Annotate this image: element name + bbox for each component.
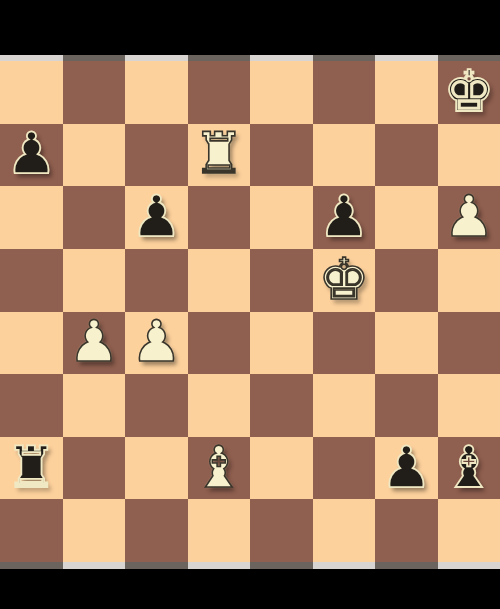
- square-c8[interactable]: [125, 61, 188, 124]
- square-c6[interactable]: ♟: [125, 186, 188, 249]
- square-h4[interactable]: [438, 312, 500, 375]
- square-e7[interactable]: [250, 124, 313, 187]
- square-e6[interactable]: [250, 186, 313, 249]
- square-h1[interactable]: [438, 499, 500, 562]
- square-b2[interactable]: [63, 437, 126, 500]
- square-b1[interactable]: [63, 499, 126, 562]
- square-g2[interactable]: ♟: [375, 437, 438, 500]
- square-a4[interactable]: [0, 312, 63, 375]
- square-a3[interactable]: [0, 374, 63, 437]
- board-edge-cell: [375, 562, 438, 569]
- square-h3[interactable]: [438, 374, 500, 437]
- square-a7[interactable]: ♟: [0, 124, 63, 187]
- square-a1[interactable]: [0, 499, 63, 562]
- white-king-f5[interactable]: ♚: [318, 251, 369, 308]
- black-bishop-h2[interactable]: ♝: [443, 439, 494, 496]
- square-d4[interactable]: [188, 312, 251, 375]
- square-f8[interactable]: [313, 61, 376, 124]
- square-c2[interactable]: [125, 437, 188, 500]
- square-c4[interactable]: ♟: [125, 312, 188, 375]
- black-pawn-c6[interactable]: ♟: [131, 188, 182, 245]
- square-d3[interactable]: [188, 374, 251, 437]
- square-g3[interactable]: [375, 374, 438, 437]
- square-f4[interactable]: [313, 312, 376, 375]
- square-c7[interactable]: [125, 124, 188, 187]
- square-b7[interactable]: [63, 124, 126, 187]
- board-edge-cell: [188, 562, 251, 569]
- square-e3[interactable]: [250, 374, 313, 437]
- white-rook-d7[interactable]: ♜: [193, 125, 244, 182]
- square-g6[interactable]: [375, 186, 438, 249]
- square-h7[interactable]: [438, 124, 500, 187]
- board-edge-cell: [438, 562, 500, 569]
- black-pawn-f6[interactable]: ♟: [318, 188, 369, 245]
- board-edge-cell: [313, 562, 376, 569]
- square-b5[interactable]: [63, 249, 126, 312]
- square-f1[interactable]: [313, 499, 376, 562]
- white-pawn-c4[interactable]: ♟: [131, 313, 182, 370]
- square-f6[interactable]: ♟: [313, 186, 376, 249]
- square-b4[interactable]: ♟: [63, 312, 126, 375]
- square-f5[interactable]: ♚: [313, 249, 376, 312]
- square-e1[interactable]: [250, 499, 313, 562]
- square-c3[interactable]: [125, 374, 188, 437]
- square-g7[interactable]: [375, 124, 438, 187]
- black-pawn-g2[interactable]: ♟: [381, 439, 432, 496]
- board-bottom-edge: [0, 562, 500, 569]
- square-c1[interactable]: [125, 499, 188, 562]
- square-b6[interactable]: [63, 186, 126, 249]
- square-f2[interactable]: [313, 437, 376, 500]
- square-d8[interactable]: [188, 61, 251, 124]
- square-d2[interactable]: ♝: [188, 437, 251, 500]
- board-edge-cell: [250, 562, 313, 569]
- square-a8[interactable]: [0, 61, 63, 124]
- square-e4[interactable]: [250, 312, 313, 375]
- square-e2[interactable]: [250, 437, 313, 500]
- black-pawn-a7[interactable]: ♟: [6, 125, 57, 182]
- white-bishop-d2[interactable]: ♝: [193, 439, 244, 496]
- black-rook-a2[interactable]: ♜: [6, 439, 57, 496]
- square-d1[interactable]: [188, 499, 251, 562]
- square-h6[interactable]: ♟: [438, 186, 500, 249]
- square-b8[interactable]: [63, 61, 126, 124]
- square-c5[interactable]: [125, 249, 188, 312]
- white-pawn-b4[interactable]: ♟: [68, 313, 119, 370]
- square-d6[interactable]: [188, 186, 251, 249]
- board-edge-cell: [0, 562, 63, 569]
- square-g4[interactable]: [375, 312, 438, 375]
- square-h2[interactable]: ♝: [438, 437, 500, 500]
- white-pawn-h6[interactable]: ♟: [443, 188, 494, 245]
- square-d7[interactable]: ♜: [188, 124, 251, 187]
- square-h5[interactable]: [438, 249, 500, 312]
- square-e8[interactable]: [250, 61, 313, 124]
- square-d5[interactable]: [188, 249, 251, 312]
- square-a2[interactable]: ♜: [0, 437, 63, 500]
- square-a6[interactable]: [0, 186, 63, 249]
- square-b3[interactable]: [63, 374, 126, 437]
- square-a5[interactable]: [0, 249, 63, 312]
- square-f7[interactable]: [313, 124, 376, 187]
- chess-board-frame: ♚♟♜♟♟♟♚♟♟♜♝♟♝: [0, 55, 500, 569]
- square-e5[interactable]: [250, 249, 313, 312]
- app-background: ♚♟♜♟♟♟♚♟♟♜♝♟♝: [0, 0, 500, 609]
- square-g5[interactable]: [375, 249, 438, 312]
- square-g8[interactable]: [375, 61, 438, 124]
- board-edge-cell: [125, 562, 188, 569]
- square-f3[interactable]: [313, 374, 376, 437]
- black-king-h8[interactable]: ♚: [443, 63, 494, 120]
- square-g1[interactable]: [375, 499, 438, 562]
- square-h8[interactable]: ♚: [438, 61, 500, 124]
- board-edge-cell: [63, 562, 126, 569]
- chess-board[interactable]: ♚♟♜♟♟♟♚♟♟♜♝♟♝: [0, 61, 500, 562]
